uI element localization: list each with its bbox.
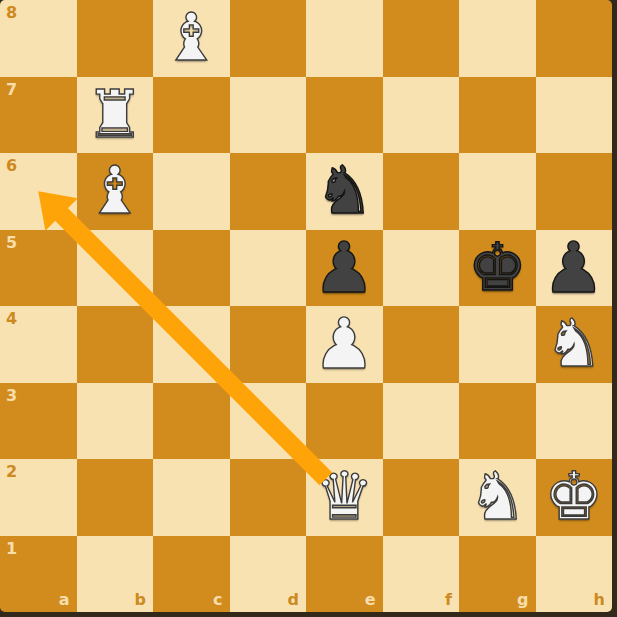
square-g7[interactable] [459,77,536,154]
square-h6[interactable] [536,153,613,230]
white-knight-h4[interactable]: ♞ [536,306,613,383]
square-c6[interactable] [153,153,230,230]
white-bishop-c8[interactable]: ♝ [153,0,230,77]
white-king-h2[interactable]: ♚ [536,459,613,536]
square-c8[interactable]: ♝ [153,0,230,77]
white-bishop-b6[interactable]: ♝ [77,153,154,230]
square-e7[interactable] [306,77,383,154]
rank-label-7: 7 [6,82,17,98]
square-g8[interactable] [459,0,536,77]
square-f5[interactable] [383,230,460,307]
square-d2[interactable] [230,459,307,536]
square-a1[interactable]: 1a [0,536,77,613]
square-e4[interactable]: ♟ [306,306,383,383]
page-background: 8♝7♜6♝♞5♟♚♟4♟♞32♛♞♚1abcdefgh [0,0,617,617]
square-h8[interactable] [536,0,613,77]
black-knight-e6[interactable]: ♞ [306,153,383,230]
square-a8[interactable]: 8 [0,0,77,77]
file-label-c: c [213,592,222,608]
rank-label-2: 2 [6,464,17,480]
square-f1[interactable]: f [383,536,460,613]
white-rook-b7[interactable]: ♜ [77,77,154,154]
rank-label-1: 1 [6,541,17,557]
square-c7[interactable] [153,77,230,154]
square-h7[interactable] [536,77,613,154]
square-e5[interactable]: ♟ [306,230,383,307]
square-f2[interactable] [383,459,460,536]
square-f7[interactable] [383,77,460,154]
black-king-g5[interactable]: ♚ [459,230,536,307]
square-g6[interactable] [459,153,536,230]
square-f8[interactable] [383,0,460,77]
square-b5[interactable] [77,230,154,307]
square-a2[interactable]: 2 [0,459,77,536]
square-g4[interactable] [459,306,536,383]
black-pawn-e5[interactable]: ♟ [306,230,383,307]
file-label-d: d [288,592,299,608]
square-f3[interactable] [383,383,460,460]
black-pawn-h5[interactable]: ♟ [536,230,613,307]
square-d8[interactable] [230,0,307,77]
rank-label-3: 3 [6,388,17,404]
square-c2[interactable] [153,459,230,536]
rank-label-6: 6 [6,158,17,174]
square-g5[interactable]: ♚ [459,230,536,307]
square-a3[interactable]: 3 [0,383,77,460]
chess-board[interactable]: 8♝7♜6♝♞5♟♚♟4♟♞32♛♞♚1abcdefgh [0,0,612,612]
square-d5[interactable] [230,230,307,307]
square-b4[interactable] [77,306,154,383]
square-g1[interactable]: g [459,536,536,613]
rank-label-5: 5 [6,235,17,251]
square-a7[interactable]: 7 [0,77,77,154]
square-d1[interactable]: d [230,536,307,613]
file-label-h: h [594,592,605,608]
square-b7[interactable]: ♜ [77,77,154,154]
square-h5[interactable]: ♟ [536,230,613,307]
square-d4[interactable] [230,306,307,383]
file-label-f: f [445,592,452,608]
white-pawn-e4[interactable]: ♟ [306,306,383,383]
square-b1[interactable]: b [77,536,154,613]
file-label-g: g [517,592,528,608]
file-label-e: e [365,592,376,608]
square-c5[interactable] [153,230,230,307]
square-c1[interactable]: c [153,536,230,613]
square-e3[interactable] [306,383,383,460]
square-e2[interactable]: ♛ [306,459,383,536]
white-knight-g2[interactable]: ♞ [459,459,536,536]
square-f6[interactable] [383,153,460,230]
square-h3[interactable] [536,383,613,460]
file-label-b: b [135,592,146,608]
square-c3[interactable] [153,383,230,460]
square-d6[interactable] [230,153,307,230]
square-g3[interactable] [459,383,536,460]
square-h4[interactable]: ♞ [536,306,613,383]
square-a6[interactable]: 6 [0,153,77,230]
square-d7[interactable] [230,77,307,154]
square-h2[interactable]: ♚ [536,459,613,536]
rank-label-4: 4 [6,311,17,327]
square-e6[interactable]: ♞ [306,153,383,230]
file-label-a: a [59,592,70,608]
square-b2[interactable] [77,459,154,536]
white-queen-e2[interactable]: ♛ [306,459,383,536]
square-g2[interactable]: ♞ [459,459,536,536]
square-c4[interactable] [153,306,230,383]
square-d3[interactable] [230,383,307,460]
square-b8[interactable] [77,0,154,77]
square-a5[interactable]: 5 [0,230,77,307]
square-e8[interactable] [306,0,383,77]
square-h1[interactable]: h [536,536,613,613]
square-a4[interactable]: 4 [0,306,77,383]
square-b6[interactable]: ♝ [77,153,154,230]
square-b3[interactable] [77,383,154,460]
square-f4[interactable] [383,306,460,383]
square-e1[interactable]: e [306,536,383,613]
rank-label-8: 8 [6,5,17,21]
